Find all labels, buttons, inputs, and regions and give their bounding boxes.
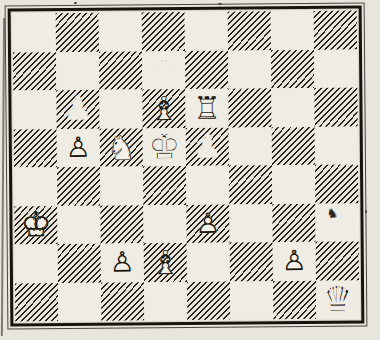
black-pawn: ♟♟ [195, 132, 220, 160]
square-h8 [314, 11, 357, 50]
square-a6 [13, 90, 56, 129]
white-pawn: ♟♙ [66, 134, 91, 162]
black-pawn: ♟♟ [151, 56, 176, 84]
square-g5 [272, 126, 315, 165]
white-king: ♚♔ [20, 207, 52, 242]
square-c7 [99, 51, 142, 90]
square-d2: ♝♗ [144, 243, 187, 282]
square-a4 [14, 167, 57, 206]
square-c1 [101, 282, 144, 321]
square-h4 [315, 164, 358, 203]
square-e4 [186, 166, 229, 205]
square-b2 [58, 244, 101, 283]
square-c3 [100, 205, 143, 244]
square-a8 [13, 13, 56, 52]
square-f6 [228, 88, 271, 127]
square-f5 [229, 127, 272, 166]
square-b4 [57, 167, 100, 206]
square-h1: ♛♛ [316, 280, 359, 319]
black-queen: ♛♛ [322, 282, 354, 317]
square-c4 [100, 166, 143, 205]
square-e1 [187, 281, 230, 320]
board: ♟♟♟♟♝♗♜♖♟♙♞♘♚♚♟♟♚♔♟♙♞♟♙♝♗♟♙♛♛ [13, 11, 360, 322]
square-c6 [99, 89, 142, 128]
square-h3: ♞ [315, 203, 358, 242]
square-g3 [272, 203, 315, 242]
square-e5: ♟♟ [186, 127, 229, 166]
board-frame: ♟♟♟♟♝♗♜♖♟♙♞♘♚♚♟♟♚♔♟♙♞♟♙♝♗♟♙♛♛ [8, 5, 365, 326]
square-f1 [230, 281, 273, 320]
square-e6: ♜♖ [185, 89, 228, 128]
scan-page-edge-line [1, 18, 5, 336]
white-pawn: ♟♙ [110, 249, 135, 277]
paper-speck [74, 2, 77, 4]
square-b1 [58, 282, 101, 321]
white-bishop: ♝♗ [149, 92, 179, 125]
square-f2 [230, 242, 273, 281]
square-h5 [315, 126, 358, 165]
white-rook: ♜♖ [193, 92, 221, 123]
square-g8 [271, 11, 314, 50]
square-e7 [185, 50, 228, 89]
square-h7 [314, 49, 357, 88]
square-h6 [314, 88, 357, 127]
square-f4 [229, 165, 272, 204]
black-king: ♚♚ [148, 129, 180, 164]
square-d3 [143, 204, 186, 243]
square-d4 [143, 166, 186, 205]
square-f7 [228, 50, 271, 89]
square-g2: ♟♙ [273, 242, 316, 281]
square-g4 [272, 165, 315, 204]
square-g6 [271, 88, 314, 127]
square-a2 [15, 244, 58, 283]
square-a7 [13, 52, 56, 91]
square-b8 [56, 13, 99, 52]
square-e3: ♟♙ [186, 204, 229, 243]
white-knight: ♞♘ [106, 130, 137, 164]
square-a1 [15, 283, 58, 322]
square-e8 [185, 12, 228, 51]
square-b3 [57, 205, 100, 244]
square-d8 [142, 12, 185, 51]
square-a5 [14, 129, 57, 168]
square-b7 [56, 51, 99, 90]
white-pawn: ♟♙ [282, 247, 307, 275]
square-d5: ♚♚ [143, 128, 186, 167]
square-d7: ♟♟ [142, 51, 185, 90]
square-a3: ♚♔ [14, 206, 57, 245]
square-c5: ♞♘ [100, 128, 143, 167]
square-b6: ♟♟ [56, 90, 99, 129]
square-b5: ♟♙ [57, 128, 100, 167]
square-f8 [228, 11, 271, 50]
paper-speck [365, 210, 367, 213]
square-f3 [229, 204, 272, 243]
paper-speck [218, 3, 222, 5]
white-pawn: ♟♙ [195, 209, 220, 237]
square-g1 [273, 280, 316, 319]
ink-speck-mark: ♞ [326, 206, 339, 220]
square-c8 [99, 12, 142, 51]
black-pawn: ♟♟ [65, 95, 90, 123]
square-d1 [144, 281, 187, 320]
square-g7 [271, 49, 314, 88]
white-bishop: ♝♗ [150, 246, 180, 279]
square-e2 [187, 243, 230, 282]
square-c2: ♟♙ [101, 243, 144, 282]
